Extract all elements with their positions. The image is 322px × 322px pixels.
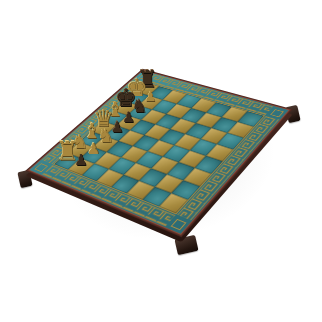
product-photo: ♜♞♝♛♝♚♚♜♟♟♞♟♟♞♟ [0,0,322,322]
piece-dark-pawn-a7[interactable]: ♟ [74,153,88,168]
piece-gold-pawn-b7[interactable]: ♟ [87,142,100,157]
piece-dark-pawn-e7[interactable]: ♟ [122,110,135,124]
